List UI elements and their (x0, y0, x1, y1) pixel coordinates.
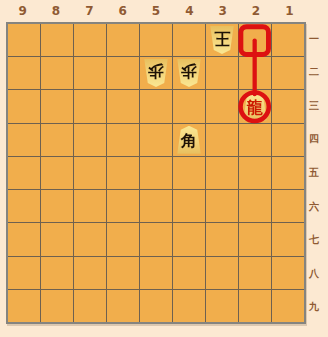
square-5-3[interactable] (140, 90, 172, 122)
rank-label-5: 五 (309, 156, 327, 190)
square-7-8[interactable] (74, 257, 106, 289)
square-1-6[interactable] (272, 190, 304, 222)
square-5-2[interactable]: 歩 (140, 57, 172, 89)
piece-kanji: 王 (214, 31, 230, 47)
square-7-5[interactable] (74, 157, 106, 189)
square-3-1[interactable]: 王 (206, 24, 238, 56)
square-1-8[interactable] (272, 257, 304, 289)
file-label-9: 9 (6, 3, 39, 20)
square-7-6[interactable] (74, 190, 106, 222)
square-3-4[interactable] (206, 124, 238, 156)
square-6-2[interactable] (107, 57, 139, 89)
piece-kanji: 歩 (148, 64, 164, 80)
sente-dragon-piece[interactable]: 龍 (243, 93, 268, 121)
square-2-3[interactable]: 龍 (239, 90, 271, 122)
rank-label-1: 一 (309, 22, 327, 56)
square-4-3[interactable] (173, 90, 205, 122)
rank-label-2: 二 (309, 56, 327, 90)
square-2-6[interactable] (239, 190, 271, 222)
square-6-7[interactable] (107, 223, 139, 255)
square-5-6[interactable] (140, 190, 172, 222)
square-9-2[interactable] (8, 57, 40, 89)
rank-labels: 一二三四五六七八九 (309, 22, 327, 324)
square-5-5[interactable] (140, 157, 172, 189)
file-label-8: 8 (39, 3, 72, 20)
square-6-3[interactable] (107, 90, 139, 122)
square-8-8[interactable] (41, 257, 73, 289)
square-7-7[interactable] (74, 223, 106, 255)
square-8-5[interactable] (41, 157, 73, 189)
square-9-1[interactable] (8, 24, 40, 56)
gote-pawn-piece[interactable]: 歩 (177, 59, 202, 87)
square-7-2[interactable] (74, 57, 106, 89)
square-2-4[interactable] (239, 124, 271, 156)
shogi-board: 王歩歩龍角 (6, 22, 306, 324)
square-7-1[interactable] (74, 24, 106, 56)
square-1-2[interactable] (272, 57, 304, 89)
file-label-6: 6 (106, 3, 139, 20)
square-7-4[interactable] (74, 124, 106, 156)
rank-label-3: 三 (309, 89, 327, 123)
square-3-2[interactable] (206, 57, 238, 89)
file-label-1: 1 (273, 3, 306, 20)
square-3-6[interactable] (206, 190, 238, 222)
square-1-7[interactable] (272, 223, 304, 255)
square-4-1[interactable] (173, 24, 205, 56)
square-9-6[interactable] (8, 190, 40, 222)
square-5-4[interactable] (140, 124, 172, 156)
square-8-6[interactable] (41, 190, 73, 222)
square-3-9[interactable] (206, 290, 238, 322)
square-9-7[interactable] (8, 223, 40, 255)
square-4-8[interactable] (173, 257, 205, 289)
square-4-4[interactable]: 角 (173, 124, 205, 156)
square-2-1[interactable] (239, 24, 271, 56)
square-5-8[interactable] (140, 257, 172, 289)
rank-label-9: 九 (309, 290, 327, 324)
square-4-6[interactable] (173, 190, 205, 222)
square-5-9[interactable] (140, 290, 172, 322)
shogi-diagram: 987654321 一二三四五六七八九 王歩歩龍角 (0, 0, 328, 337)
square-6-4[interactable] (107, 124, 139, 156)
piece-kanji: 歩 (181, 64, 197, 80)
square-4-2[interactable]: 歩 (173, 57, 205, 89)
square-8-7[interactable] (41, 223, 73, 255)
square-2-8[interactable] (239, 257, 271, 289)
file-labels: 987654321 (6, 3, 306, 20)
square-6-9[interactable] (107, 290, 139, 322)
square-8-3[interactable] (41, 90, 73, 122)
gote-pawn-piece[interactable]: 歩 (144, 59, 169, 87)
rank-label-7: 七 (309, 223, 327, 257)
sente-bishop-piece[interactable]: 角 (177, 126, 202, 154)
square-8-2[interactable] (41, 57, 73, 89)
square-3-5[interactable] (206, 157, 238, 189)
square-9-5[interactable] (8, 157, 40, 189)
square-9-3[interactable] (8, 90, 40, 122)
square-1-3[interactable] (272, 90, 304, 122)
square-2-5[interactable] (239, 157, 271, 189)
square-2-7[interactable] (239, 223, 271, 255)
file-label-7: 7 (73, 3, 106, 20)
file-label-4: 4 (173, 3, 206, 20)
rank-label-8: 八 (309, 257, 327, 291)
file-label-5: 5 (139, 3, 172, 20)
piece-kanji: 龍 (247, 100, 263, 116)
square-5-7[interactable] (140, 223, 172, 255)
square-2-2[interactable] (239, 57, 271, 89)
square-1-9[interactable] (272, 290, 304, 322)
square-9-9[interactable] (8, 290, 40, 322)
square-1-4[interactable] (272, 124, 304, 156)
square-5-1[interactable] (140, 24, 172, 56)
square-9-8[interactable] (8, 257, 40, 289)
rank-label-6: 六 (309, 190, 327, 224)
piece-kanji: 角 (181, 133, 197, 149)
square-2-9[interactable] (239, 290, 271, 322)
square-4-5[interactable] (173, 157, 205, 189)
square-4-9[interactable] (173, 290, 205, 322)
square-1-5[interactable] (272, 157, 304, 189)
square-1-1[interactable] (272, 24, 304, 56)
square-9-4[interactable] (8, 124, 40, 156)
square-6-6[interactable] (107, 190, 139, 222)
square-8-9[interactable] (41, 290, 73, 322)
square-7-3[interactable] (74, 90, 106, 122)
square-8-1[interactable] (41, 24, 73, 56)
square-3-7[interactable] (206, 223, 238, 255)
file-label-2: 2 (239, 3, 272, 20)
square-7-9[interactable] (74, 290, 106, 322)
square-6-8[interactable] (107, 257, 139, 289)
square-6-5[interactable] (107, 157, 139, 189)
square-6-1[interactable] (107, 24, 139, 56)
square-3-3[interactable] (206, 90, 238, 122)
square-4-7[interactable] (173, 223, 205, 255)
square-8-4[interactable] (41, 124, 73, 156)
gote-king-piece[interactable]: 王 (210, 26, 235, 54)
file-label-3: 3 (206, 3, 239, 20)
rank-label-4: 四 (309, 123, 327, 157)
square-3-8[interactable] (206, 257, 238, 289)
